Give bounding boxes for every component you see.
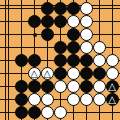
stone-white bbox=[80, 15, 93, 28]
stone-black bbox=[28, 54, 41, 67]
stone-white bbox=[106, 67, 119, 80]
stone-white bbox=[93, 41, 106, 54]
stone-black bbox=[15, 80, 28, 93]
stone-white bbox=[80, 93, 93, 106]
triangle-mark: △ bbox=[108, 92, 116, 105]
stone-black bbox=[67, 54, 80, 67]
stone-black bbox=[54, 67, 67, 80]
stone-black bbox=[54, 54, 67, 67]
stone-white bbox=[54, 106, 67, 119]
stone-black bbox=[15, 93, 28, 106]
stone-black bbox=[41, 80, 54, 93]
stone-black bbox=[41, 28, 54, 41]
stone-black-triangle: △ bbox=[106, 93, 119, 106]
stone-black bbox=[15, 54, 28, 67]
stone-white bbox=[67, 67, 80, 80]
stone-black bbox=[15, 106, 28, 119]
stone-black bbox=[28, 15, 41, 28]
stone-black bbox=[93, 67, 106, 80]
stone-white bbox=[93, 80, 106, 93]
stone-black bbox=[67, 28, 80, 41]
stone-white bbox=[67, 93, 80, 106]
stone-black bbox=[80, 67, 93, 80]
stone-white-triangle: △ bbox=[28, 67, 41, 80]
stone-black-triangle: △ bbox=[106, 80, 119, 93]
stone-white bbox=[106, 54, 119, 67]
stone-white bbox=[93, 93, 106, 106]
stone-white bbox=[80, 28, 93, 41]
stone-black bbox=[28, 80, 41, 93]
stone-black bbox=[28, 106, 41, 119]
stone-black bbox=[67, 41, 80, 54]
stone-black bbox=[41, 2, 54, 15]
stone-white bbox=[67, 15, 80, 28]
stone-white bbox=[41, 106, 54, 119]
stone-white-triangle: △ bbox=[41, 67, 54, 80]
triangle-mark: △ bbox=[43, 66, 51, 79]
triangle-mark: △ bbox=[108, 79, 116, 92]
stone-white bbox=[54, 80, 67, 93]
stone-white bbox=[80, 41, 93, 54]
go-board[interactable]: △△△△ bbox=[0, 0, 120, 120]
stone-white bbox=[80, 2, 93, 15]
stone-black bbox=[80, 54, 93, 67]
stone-black bbox=[67, 2, 80, 15]
stone-black bbox=[41, 15, 54, 28]
stone-black bbox=[54, 15, 67, 28]
star-point bbox=[33, 33, 37, 37]
stone-white bbox=[67, 80, 80, 93]
stone-white bbox=[41, 93, 54, 106]
stone-black bbox=[54, 41, 67, 54]
stone-white bbox=[28, 93, 41, 106]
triangle-mark: △ bbox=[30, 66, 38, 79]
stone-black bbox=[80, 80, 93, 93]
stone-black bbox=[54, 2, 67, 15]
stone-white bbox=[93, 54, 106, 67]
